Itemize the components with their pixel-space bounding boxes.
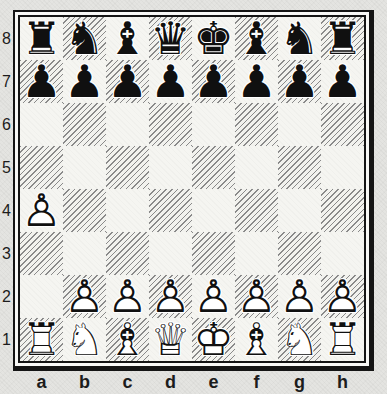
black-pawn[interactable]: ♟ <box>63 60 106 103</box>
piece-outline: ♕ <box>149 318 192 361</box>
piece-outline: ♙ <box>321 275 364 318</box>
square-f4[interactable] <box>235 189 278 232</box>
square-c4[interactable] <box>106 189 149 232</box>
white-pawn[interactable]: ♟♙ <box>20 189 63 232</box>
piece-outline: ♗ <box>235 318 278 361</box>
file-label-f: f <box>235 371 278 394</box>
black-queen[interactable]: ♛ <box>149 17 192 60</box>
black-bishop[interactable]: ♝ <box>235 17 278 60</box>
white-rook[interactable]: ♜♖ <box>20 318 63 361</box>
black-knight[interactable]: ♞ <box>63 17 106 60</box>
piece-outline: ♘ <box>278 318 321 361</box>
square-g3[interactable] <box>278 232 321 275</box>
square-g1[interactable]: ♞♘ <box>278 318 321 361</box>
white-pawn[interactable]: ♟♙ <box>63 275 106 318</box>
white-bishop[interactable]: ♝♗ <box>106 318 149 361</box>
board-frame: ♜♞♝♛♚♝♞♜♟♟♟♟♟♟♟♟♟♙♟♙♟♙♟♙♟♙♟♙♟♙♟♙♜♖♞♘♝♗♛♕… <box>13 10 374 371</box>
square-g5[interactable] <box>278 146 321 189</box>
file-label-g: g <box>278 371 321 394</box>
piece-outline: ♙ <box>235 275 278 318</box>
white-bishop[interactable]: ♝♗ <box>235 318 278 361</box>
square-f3[interactable] <box>235 232 278 275</box>
square-e6[interactable] <box>192 103 235 146</box>
piece-outline: ♙ <box>278 275 321 318</box>
square-c6[interactable] <box>106 103 149 146</box>
square-b7[interactable]: ♟ <box>63 60 106 103</box>
square-g7[interactable]: ♟ <box>278 60 321 103</box>
square-a5[interactable] <box>20 146 63 189</box>
piece-outline: ♙ <box>63 275 106 318</box>
square-h4[interactable] <box>321 189 364 232</box>
square-e8[interactable]: ♚ <box>192 17 235 60</box>
black-pawn[interactable]: ♟ <box>278 60 321 103</box>
square-c3[interactable] <box>106 232 149 275</box>
square-e7[interactable]: ♟ <box>192 60 235 103</box>
square-h3[interactable] <box>321 232 364 275</box>
square-a2[interactable] <box>20 275 63 318</box>
white-pawn[interactable]: ♟♙ <box>149 275 192 318</box>
square-c8[interactable]: ♝ <box>106 17 149 60</box>
black-pawn[interactable]: ♟ <box>235 60 278 103</box>
scanned-page-background: 87654321 ♜♞♝♛♚♝♞♜♟♟♟♟♟♟♟♟♟♙♟♙♟♙♟♙♟♙♟♙♟♙♟… <box>0 0 387 394</box>
square-d5[interactable] <box>149 146 192 189</box>
square-b4[interactable] <box>63 189 106 232</box>
square-e2[interactable]: ♟♙ <box>192 275 235 318</box>
square-a3[interactable] <box>20 232 63 275</box>
file-label-c: c <box>106 371 149 394</box>
file-labels: abcdefgh <box>20 371 364 394</box>
rank-label-7: 7 <box>0 60 13 103</box>
square-a4[interactable]: ♟♙ <box>20 189 63 232</box>
square-f7[interactable]: ♟ <box>235 60 278 103</box>
file-label-b: b <box>63 371 106 394</box>
square-h8[interactable]: ♜ <box>321 17 364 60</box>
square-e4[interactable] <box>192 189 235 232</box>
piece-outline: ♙ <box>192 275 235 318</box>
rank-label-3: 3 <box>0 232 13 275</box>
piece-outline: ♔ <box>192 318 235 361</box>
white-pawn[interactable]: ♟♙ <box>235 275 278 318</box>
file-label-d: d <box>149 371 192 394</box>
square-a7[interactable]: ♟ <box>20 60 63 103</box>
piece-outline: ♙ <box>20 189 63 232</box>
white-knight[interactable]: ♞♘ <box>63 318 106 361</box>
square-d2[interactable]: ♟♙ <box>149 275 192 318</box>
square-f6[interactable] <box>235 103 278 146</box>
black-pawn[interactable]: ♟ <box>106 60 149 103</box>
square-d7[interactable]: ♟ <box>149 60 192 103</box>
black-bishop[interactable]: ♝ <box>106 17 149 60</box>
rank-label-2: 2 <box>0 275 13 318</box>
rank-labels: 87654321 <box>0 17 13 361</box>
square-d1[interactable]: ♛♕ <box>149 318 192 361</box>
square-c2[interactable]: ♟♙ <box>106 275 149 318</box>
square-d4[interactable] <box>149 189 192 232</box>
piece-outline: ♙ <box>149 275 192 318</box>
square-c7[interactable]: ♟ <box>106 60 149 103</box>
square-a1[interactable]: ♜♖ <box>20 318 63 361</box>
square-b5[interactable] <box>63 146 106 189</box>
white-knight[interactable]: ♞♘ <box>278 318 321 361</box>
black-knight[interactable]: ♞ <box>278 17 321 60</box>
square-a6[interactable] <box>20 103 63 146</box>
rank-label-5: 5 <box>0 146 13 189</box>
square-h1[interactable]: ♜♖ <box>321 318 364 361</box>
black-pawn[interactable]: ♟ <box>149 60 192 103</box>
square-e1[interactable]: ♚♔ <box>192 318 235 361</box>
square-c5[interactable] <box>106 146 149 189</box>
square-h6[interactable] <box>321 103 364 146</box>
black-rook[interactable]: ♜ <box>321 17 364 60</box>
square-b6[interactable] <box>63 103 106 146</box>
square-a8[interactable]: ♜ <box>20 17 63 60</box>
square-g6[interactable] <box>278 103 321 146</box>
white-rook[interactable]: ♜♖ <box>321 318 364 361</box>
square-h5[interactable] <box>321 146 364 189</box>
square-g4[interactable] <box>278 189 321 232</box>
square-g2[interactable]: ♟♙ <box>278 275 321 318</box>
black-king[interactable]: ♚ <box>192 17 235 60</box>
square-d6[interactable] <box>149 103 192 146</box>
square-b3[interactable] <box>63 232 106 275</box>
piece-outline: ♗ <box>106 318 149 361</box>
white-pawn[interactable]: ♟♙ <box>278 275 321 318</box>
chess-board: ♜♞♝♛♚♝♞♜♟♟♟♟♟♟♟♟♟♙♟♙♟♙♟♙♟♙♟♙♟♙♟♙♜♖♞♘♝♗♛♕… <box>18 15 366 363</box>
rank-label-1: 1 <box>0 318 13 361</box>
square-f5[interactable] <box>235 146 278 189</box>
piece-outline: ♖ <box>20 318 63 361</box>
white-pawn[interactable]: ♟♙ <box>106 275 149 318</box>
square-f1[interactable]: ♝♗ <box>235 318 278 361</box>
square-b8[interactable]: ♞ <box>63 17 106 60</box>
rank-label-6: 6 <box>0 103 13 146</box>
white-pawn[interactable]: ♟♙ <box>321 275 364 318</box>
square-e3[interactable] <box>192 232 235 275</box>
black-pawn[interactable]: ♟ <box>20 60 63 103</box>
black-rook[interactable]: ♜ <box>20 17 63 60</box>
square-e5[interactable] <box>192 146 235 189</box>
piece-outline: ♖ <box>321 318 364 361</box>
white-queen[interactable]: ♛♕ <box>149 318 192 361</box>
square-f2[interactable]: ♟♙ <box>235 275 278 318</box>
file-label-e: e <box>192 371 235 394</box>
square-c1[interactable]: ♝♗ <box>106 318 149 361</box>
file-label-a: a <box>20 371 63 394</box>
square-h7[interactable]: ♟ <box>321 60 364 103</box>
square-f8[interactable]: ♝ <box>235 17 278 60</box>
black-pawn[interactable]: ♟ <box>321 60 364 103</box>
square-h2[interactable]: ♟♙ <box>321 275 364 318</box>
white-pawn[interactable]: ♟♙ <box>192 275 235 318</box>
square-d3[interactable] <box>149 232 192 275</box>
square-g8[interactable]: ♞ <box>278 17 321 60</box>
rank-label-8: 8 <box>0 17 13 60</box>
square-d8[interactable]: ♛ <box>149 17 192 60</box>
file-label-h: h <box>321 371 364 394</box>
square-b2[interactable]: ♟♙ <box>63 275 106 318</box>
white-king[interactable]: ♚♔ <box>192 318 235 361</box>
black-pawn[interactable]: ♟ <box>192 60 235 103</box>
piece-outline: ♘ <box>63 318 106 361</box>
square-b1[interactable]: ♞♘ <box>63 318 106 361</box>
rank-label-4: 4 <box>0 189 13 232</box>
piece-outline: ♙ <box>106 275 149 318</box>
